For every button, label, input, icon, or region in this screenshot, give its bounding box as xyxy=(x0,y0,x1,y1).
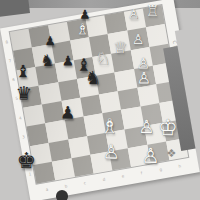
rank-label: 3 xyxy=(22,135,25,139)
piece-black-pawn: ♟ xyxy=(79,9,90,22)
piece-white-knight: ♘ xyxy=(95,50,111,67)
file-label: b xyxy=(65,184,68,188)
rank-label: 7 xyxy=(9,59,12,63)
piece-black-knight: ♞ xyxy=(40,52,55,68)
table-edge-corner xyxy=(0,0,30,17)
piece-black-knight: ♞ xyxy=(85,69,102,88)
piece-black-bishop: ♝ xyxy=(15,63,31,80)
piece-black-pawn: ♟ xyxy=(62,54,74,68)
piece-black-queen: ♛ xyxy=(15,85,32,104)
file-label: h xyxy=(178,164,181,168)
rank-label: 4 xyxy=(19,116,22,120)
offboard-piece-bottom xyxy=(56,190,68,200)
file-label: g xyxy=(159,168,162,172)
piece-white-pawn: ♙ xyxy=(138,117,155,135)
chessboard-photo: 87654321abcdefgh Chess ❖ ♟♗♙♖♞♟♕♙♝♝♘♙♛♞♙… xyxy=(0,0,200,200)
piece-black-pawn: ♟ xyxy=(44,36,55,49)
piece-white-bishop: ♗ xyxy=(76,23,90,38)
piece-black-king: ♚ xyxy=(16,150,36,172)
file-label: f xyxy=(140,171,142,175)
piece-white-queen: ♕ xyxy=(113,40,128,56)
board-emblem-icon: ❖ xyxy=(167,149,177,160)
rank-label: 1 xyxy=(29,173,32,177)
piece-white-pawn: ♙ xyxy=(102,142,120,162)
chess-board-sheet: 87654321abcdefgh Chess ❖ ♟♗♙♖♞♟♕♙♝♝♘♙♛♞♙… xyxy=(0,0,200,200)
file-label: a xyxy=(46,188,49,192)
piece-white-pawn: ♙ xyxy=(141,146,160,167)
piece-white-pawn: ♙ xyxy=(137,71,151,87)
piece-black-pawn: ♟ xyxy=(60,105,75,122)
file-label: d xyxy=(102,178,105,182)
file-label: e xyxy=(121,174,124,178)
file-label: c xyxy=(83,181,86,185)
piece-white-bishop: ♗ xyxy=(100,116,119,137)
piece-white-pawn: ♙ xyxy=(132,33,144,47)
piece-white-rook: ♖ xyxy=(146,4,160,19)
rank-label: 8 xyxy=(5,40,8,44)
piece-white-pawn: ♙ xyxy=(128,9,139,22)
